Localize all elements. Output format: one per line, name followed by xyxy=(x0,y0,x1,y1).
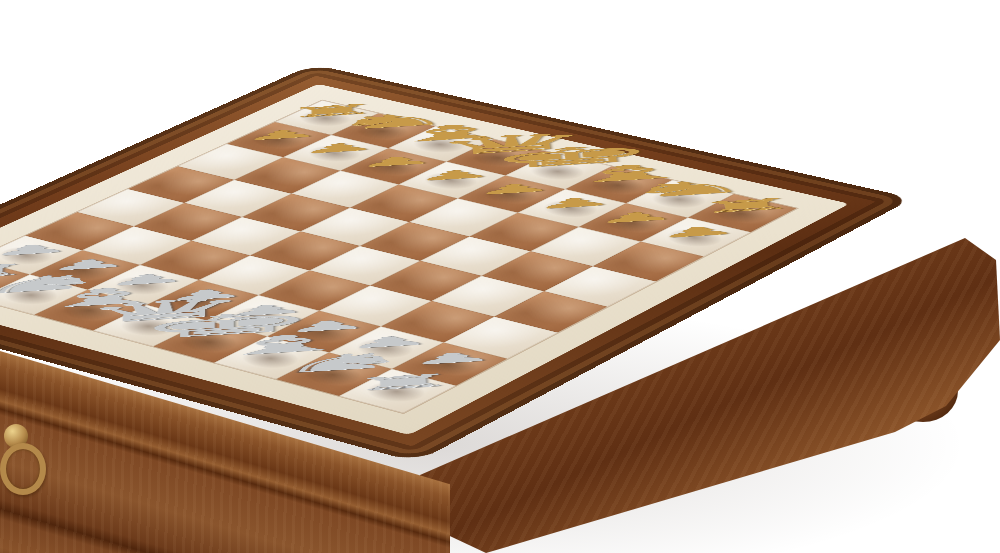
chess-set-photo: ♜♞♟♝♟♛♟♚♟♝♟♞♟♟♜♟♟♜♟♟♞♟♝♟♛♟♚♟♝♟♞♜ xyxy=(0,0,1000,553)
drawer-ring-handle-icon[interactable] xyxy=(0,443,46,495)
square-h1[interactable]: ♜ xyxy=(339,369,456,413)
